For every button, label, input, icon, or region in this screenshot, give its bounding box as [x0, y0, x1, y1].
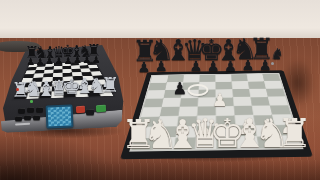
- flat-object-on-table: [0, 41, 40, 52]
- brand-label: [15, 123, 30, 126]
- function-button-5: [24, 115, 31, 120]
- lcd-screen: [46, 104, 74, 128]
- electronic-board-squares: [129, 73, 303, 152]
- electronic-board-frame: [120, 70, 313, 159]
- red-led: [16, 88, 19, 91]
- function-button-2: [27, 107, 34, 112]
- function-button-6: [33, 114, 40, 119]
- status-led: [30, 100, 33, 103]
- photo-of-chess-computers: ♜♞♝♛♚♝♞♜♟♟♟♟♟♟♟♟♟♟♟♟♟♟♟♟♜♞♝♛♚♝♞♜ ♜♞♝♛♚♝♞…: [0, 0, 320, 180]
- black-button: [86, 109, 94, 115]
- board-side-button: [271, 62, 274, 65]
- function-button-4: [15, 116, 22, 121]
- function-button-3: [36, 106, 43, 111]
- green-button: [96, 105, 106, 112]
- wall-background: [0, 0, 320, 40]
- red-button: [76, 106, 85, 113]
- function-button-1: [18, 108, 25, 113]
